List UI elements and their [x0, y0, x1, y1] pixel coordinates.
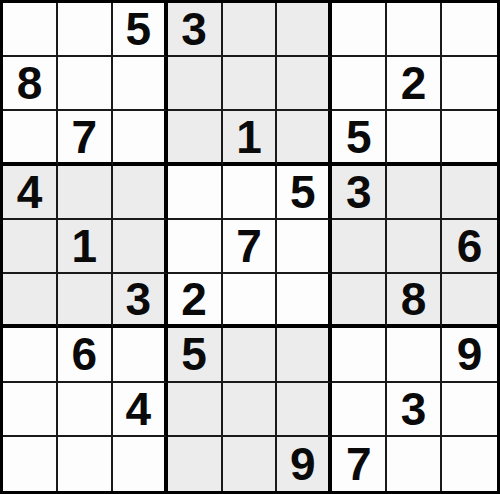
cell-r1c1[interactable] — [3, 3, 58, 57]
cell-r2c1[interactable]: 8 — [3, 57, 58, 111]
cell-r9c4[interactable] — [168, 437, 223, 491]
cell-r6c2[interactable] — [58, 274, 113, 328]
sudoku-board: 53827154531763286594397 — [0, 0, 500, 494]
cell-r1c2[interactable] — [58, 3, 113, 57]
cell-r2c6[interactable] — [277, 57, 332, 111]
cell-r2c8[interactable]: 2 — [387, 57, 442, 111]
cell-r3c8[interactable] — [387, 111, 442, 165]
cell-r4c7[interactable]: 3 — [332, 166, 387, 220]
cell-r4c3[interactable] — [113, 166, 168, 220]
cell-r8c4[interactable] — [168, 383, 223, 437]
cell-r3c9[interactable] — [442, 111, 497, 165]
cell-r1c8[interactable] — [387, 3, 442, 57]
cell-r7c5[interactable] — [223, 328, 278, 382]
cell-r4c9[interactable] — [442, 166, 497, 220]
cell-r6c8[interactable]: 8 — [387, 274, 442, 328]
cell-r1c4[interactable]: 3 — [168, 3, 223, 57]
cell-r6c4[interactable]: 2 — [168, 274, 223, 328]
cell-r1c9[interactable] — [442, 3, 497, 57]
cell-r7c2[interactable]: 6 — [58, 328, 113, 382]
cell-r9c9[interactable] — [442, 437, 497, 491]
cell-r7c7[interactable] — [332, 328, 387, 382]
cell-r6c7[interactable] — [332, 274, 387, 328]
cell-r3c6[interactable] — [277, 111, 332, 165]
cell-r7c8[interactable] — [387, 328, 442, 382]
cell-r8c3[interactable]: 4 — [113, 383, 168, 437]
cell-r8c5[interactable] — [223, 383, 278, 437]
cell-r4c1[interactable]: 4 — [3, 166, 58, 220]
cell-r5c8[interactable] — [387, 220, 442, 274]
cell-r4c8[interactable] — [387, 166, 442, 220]
cell-r5c1[interactable] — [3, 220, 58, 274]
cell-r8c6[interactable] — [277, 383, 332, 437]
cell-r2c7[interactable] — [332, 57, 387, 111]
cell-r3c5[interactable]: 1 — [223, 111, 278, 165]
cell-r5c2[interactable]: 1 — [58, 220, 113, 274]
cell-r2c2[interactable] — [58, 57, 113, 111]
cell-r6c5[interactable] — [223, 274, 278, 328]
cell-r6c3[interactable]: 3 — [113, 274, 168, 328]
cell-r5c5[interactable]: 7 — [223, 220, 278, 274]
sudoku-diagram: 53827154531763286594397 — [0, 0, 500, 494]
cell-r9c8[interactable] — [387, 437, 442, 491]
cell-r8c9[interactable] — [442, 383, 497, 437]
cell-r3c4[interactable] — [168, 111, 223, 165]
cell-r2c5[interactable] — [223, 57, 278, 111]
cell-r6c6[interactable] — [277, 274, 332, 328]
cell-r7c6[interactable] — [277, 328, 332, 382]
cell-r7c4[interactable]: 5 — [168, 328, 223, 382]
cell-r4c2[interactable] — [58, 166, 113, 220]
cell-r6c1[interactable] — [3, 274, 58, 328]
cell-r4c4[interactable] — [168, 166, 223, 220]
cell-r5c3[interactable] — [113, 220, 168, 274]
cell-r9c2[interactable] — [58, 437, 113, 491]
cell-r8c8[interactable]: 3 — [387, 383, 442, 437]
cell-r7c3[interactable] — [113, 328, 168, 382]
cell-r8c2[interactable] — [58, 383, 113, 437]
cell-r7c9[interactable]: 9 — [442, 328, 497, 382]
cell-r2c4[interactable] — [168, 57, 223, 111]
cell-r2c9[interactable] — [442, 57, 497, 111]
cell-r1c7[interactable] — [332, 3, 387, 57]
cell-r5c7[interactable] — [332, 220, 387, 274]
cell-r9c7[interactable]: 7 — [332, 437, 387, 491]
cell-r4c5[interactable] — [223, 166, 278, 220]
cell-r5c6[interactable] — [277, 220, 332, 274]
cell-r8c1[interactable] — [3, 383, 58, 437]
cell-r3c7[interactable]: 5 — [332, 111, 387, 165]
cell-r8c7[interactable] — [332, 383, 387, 437]
cell-r3c2[interactable]: 7 — [58, 111, 113, 165]
cell-r2c3[interactable] — [113, 57, 168, 111]
cell-r9c1[interactable] — [3, 437, 58, 491]
cell-r1c6[interactable] — [277, 3, 332, 57]
cell-r6c9[interactable] — [442, 274, 497, 328]
cell-r3c1[interactable] — [3, 111, 58, 165]
cell-r9c5[interactable] — [223, 437, 278, 491]
cell-r3c3[interactable] — [113, 111, 168, 165]
cell-r7c1[interactable] — [3, 328, 58, 382]
cell-r5c4[interactable] — [168, 220, 223, 274]
cell-r5c9[interactable]: 6 — [442, 220, 497, 274]
cell-r1c3[interactable]: 5 — [113, 3, 168, 57]
cell-r1c5[interactable] — [223, 3, 278, 57]
cell-r4c6[interactable]: 5 — [277, 166, 332, 220]
cell-r9c6[interactable]: 9 — [277, 437, 332, 491]
cell-r9c3[interactable] — [113, 437, 168, 491]
